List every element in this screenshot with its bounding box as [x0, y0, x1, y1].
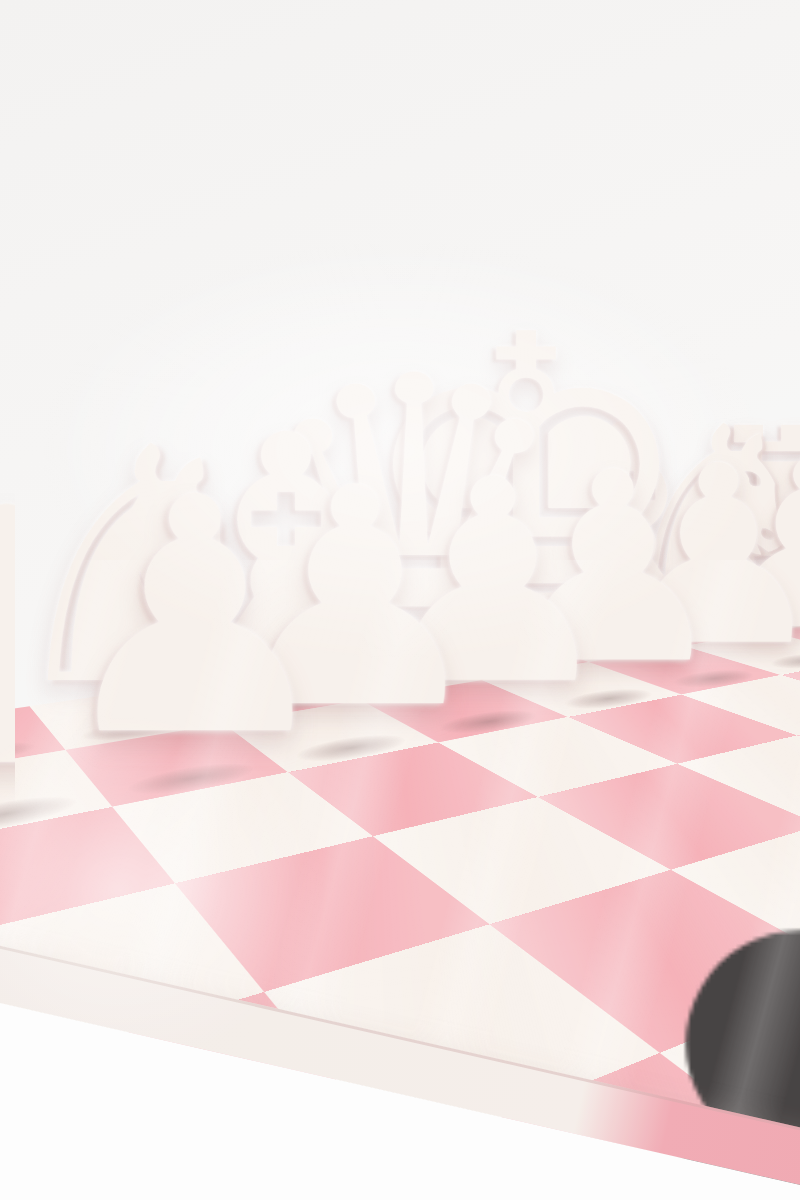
photo-background: ♜♞♝♛♚♝♞♜♟♟♟♟♟♟♟♟♟♟♟♟♟♟♟♟♜♞♝♛♚♝♞♜ — [0, 0, 800, 1200]
